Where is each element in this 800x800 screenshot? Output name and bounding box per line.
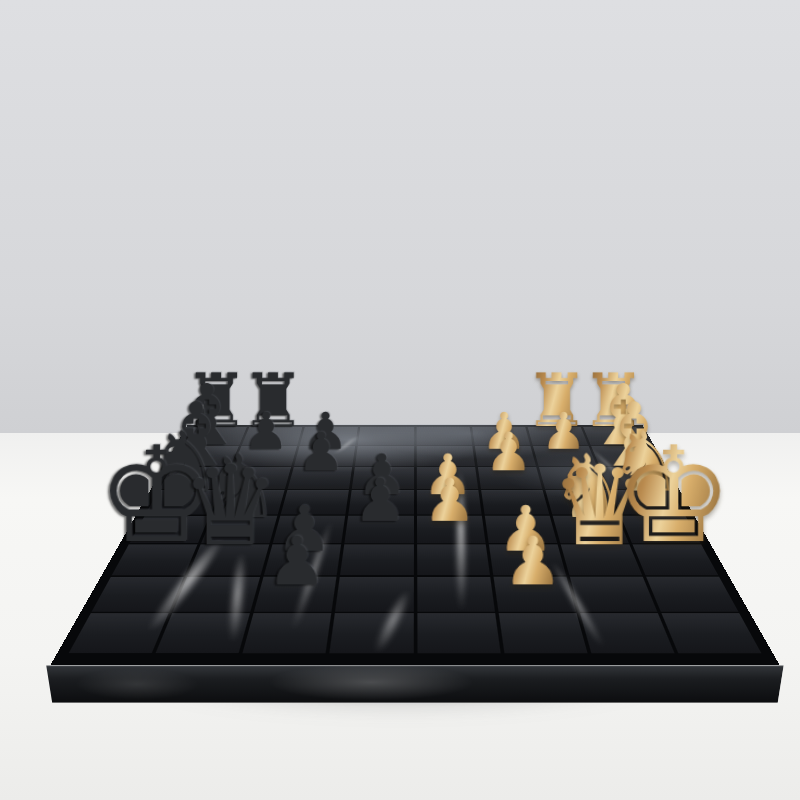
piece-black-pawn[interactable]: ♟ <box>297 427 345 478</box>
piece-black-pawn[interactable]: ♟ <box>267 530 327 594</box>
board-cell[interactable]: ♚ <box>632 544 718 575</box>
board-cell[interactable] <box>173 577 261 612</box>
board-cell[interactable]: ♟ <box>254 577 337 612</box>
board-cell[interactable] <box>646 577 738 612</box>
board-cell[interactable]: ♟ <box>288 467 353 489</box>
scene: ♜♜♜♜♝♟♟♟♟♝♝♟♟♝♞♟♟♞♞♟♟♞♚♛♟♟♛♚♟♟ <box>0 0 800 800</box>
product-photo: ♜♜♜♜♝♟♟♟♟♝♝♟♟♝♞♟♟♞♞♟♟♞♚♛♟♟♛♚♟♟ <box>0 0 800 800</box>
piece-brass-pawn[interactable]: ♟ <box>503 530 563 594</box>
board-cell[interactable] <box>580 613 674 653</box>
board-cell[interactable] <box>498 613 587 653</box>
board-cell[interactable] <box>330 613 413 653</box>
board-cell[interactable]: ♛ <box>188 544 270 575</box>
board-cell[interactable] <box>417 613 500 653</box>
board-cell[interactable] <box>92 577 184 612</box>
board-cell[interactable] <box>69 613 169 653</box>
board-cell[interactable]: ♟ <box>416 516 485 543</box>
piece-brass-pawn[interactable]: ♟ <box>423 473 476 529</box>
board-cell[interactable] <box>243 613 332 653</box>
piece-brass-pawn[interactable]: ♟ <box>485 427 533 478</box>
piece-black-queen[interactable]: ♛ <box>180 454 279 559</box>
board-cell[interactable] <box>661 613 761 653</box>
board-cell[interactable]: ♟ <box>345 516 414 543</box>
piece-black-pawn[interactable]: ♟ <box>353 473 406 529</box>
board-cell[interactable]: ♟ <box>478 467 543 489</box>
board-front-edge <box>46 665 783 702</box>
board-cell[interactable]: ♟ <box>493 577 576 612</box>
board-cell[interactable] <box>156 613 250 653</box>
board-cell[interactable] <box>417 577 495 612</box>
board-grid: ♜♜♜♜♝♟♟♟♟♝♝♟♟♝♞♟♟♞♞♟♟♞♚♛♟♟♛♚♟♟ <box>50 425 780 666</box>
chess-board: ♜♜♜♜♝♟♟♟♟♝♝♟♟♝♞♟♟♞♞♟♟♞♚♛♟♟♛♚♟♟ <box>50 425 780 666</box>
board-cell[interactable] <box>336 577 414 612</box>
piece-brass-king[interactable]: ♚ <box>615 433 734 559</box>
board-cell[interactable] <box>570 577 658 612</box>
board-cell[interactable] <box>417 544 490 575</box>
board-cell[interactable] <box>340 544 413 575</box>
